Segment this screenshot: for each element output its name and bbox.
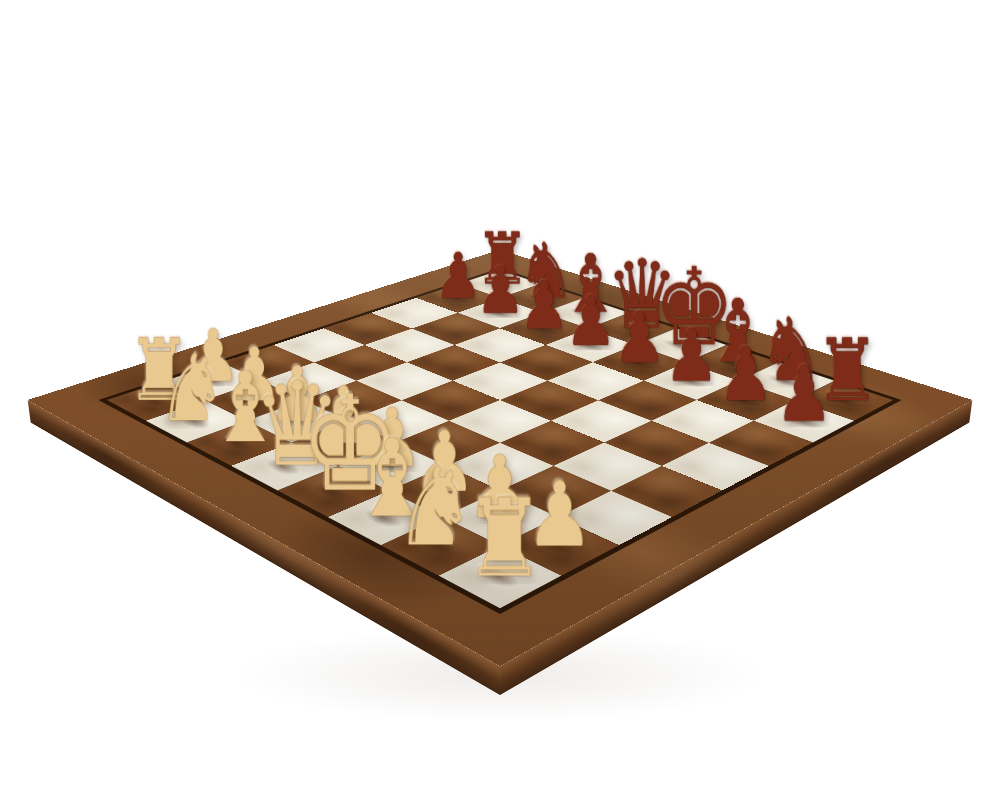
board-grid: ♜♞♝♛♚♝♞♜♟♟♟♟♟♟♟♟♟♟♟♟♟♟♟♟♜♞♝♛♚♝♞♜ bbox=[107, 270, 893, 608]
black-pawn-f7[interactable]: ♟ bbox=[662, 319, 719, 391]
white-rook-h1[interactable]: ♜ bbox=[463, 484, 537, 592]
board-trim-line: ♜♞♝♛♚♝♞♜♟♟♟♟♟♟♟♟♟♟♟♟♟♟♟♟♜♞♝♛♚♝♞♜ bbox=[98, 268, 901, 614]
black-pawn-d7[interactable]: ♟ bbox=[563, 287, 617, 355]
chess-set-photo: ♜♞♝♛♚♝♞♜♟♟♟♟♟♟♟♟♟♟♟♟♟♟♟♟♜♞♝♛♚♝♞♜ bbox=[0, 0, 1000, 800]
black-pawn-g7[interactable]: ♟ bbox=[716, 337, 775, 411]
perspective-scene: ♜♞♝♛♚♝♞♜♟♟♟♟♟♟♟♟♟♟♟♟♟♟♟♟♜♞♝♛♚♝♞♜ bbox=[0, 0, 1000, 800]
board-frame: ♜♞♝♛♚♝♞♜♟♟♟♟♟♟♟♟♟♟♟♟♟♟♟♟♜♞♝♛♚♝♞♜ bbox=[28, 250, 973, 667]
black-pawn-h7[interactable]: ♟ bbox=[773, 356, 834, 432]
board-plate: ♜♞♝♛♚♝♞♜♟♟♟♟♟♟♟♟♟♟♟♟♟♟♟♟♜♞♝♛♚♝♞♜ bbox=[28, 250, 973, 667]
